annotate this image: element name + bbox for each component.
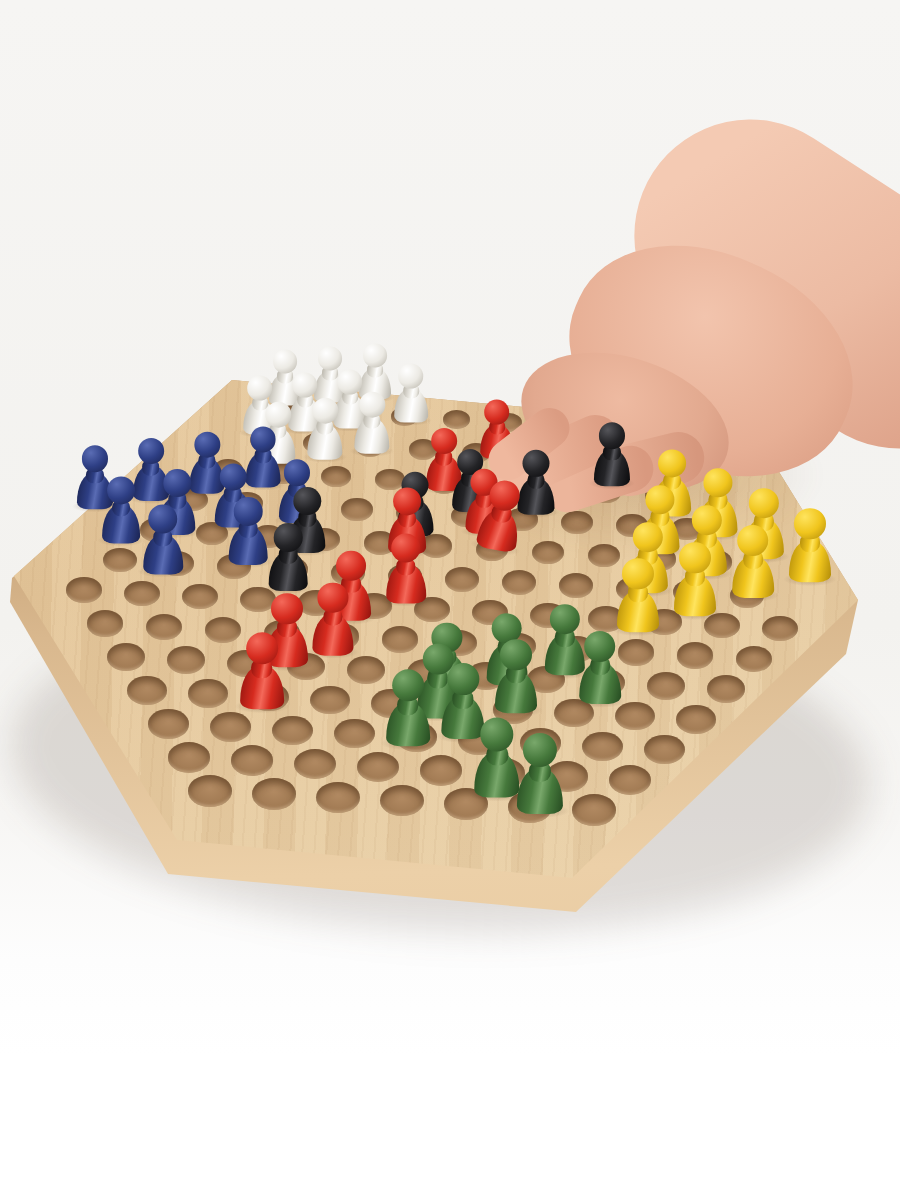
peg-head [284,459,311,486]
peg-head [738,525,769,556]
peg-green[interactable] [517,733,563,814]
board-hole[interactable] [316,782,360,814]
peg-head [599,422,626,449]
board-hole[interactable] [647,672,685,700]
board-hole[interactable] [676,705,716,734]
peg-head [704,468,733,497]
peg-head [522,450,549,477]
board-hole[interactable] [127,676,167,705]
board-hole[interactable] [188,775,232,807]
board-hole[interactable] [124,581,159,607]
board-hole[interactable] [294,749,336,780]
peg-head [82,445,109,472]
peg-green[interactable] [495,639,537,713]
peg-head [293,373,318,398]
board-hole[interactable] [87,610,124,637]
board-hole[interactable] [572,794,616,826]
board-hole[interactable] [188,679,228,708]
peg-head [274,523,303,552]
peg-head [248,376,273,401]
peg-head [312,398,338,424]
peg-yellow[interactable] [617,558,659,632]
board-hole[interactable] [168,742,210,773]
peg-blue[interactable] [102,476,140,543]
board-hole[interactable] [559,573,593,598]
peg-yellow[interactable] [789,508,831,582]
peg-head [359,392,385,418]
board-hole[interactable] [609,765,651,796]
peg-head [219,464,246,491]
peg-green[interactable] [579,631,621,704]
peg-head [646,485,675,514]
peg-head [194,432,220,458]
board-hole[interactable] [334,719,375,749]
peg-head [318,346,342,370]
board-hole[interactable] [231,745,273,776]
peg-yellow[interactable] [732,525,774,598]
peg-head [480,718,514,752]
board-hole[interactable] [677,642,714,669]
peg-head [107,476,135,504]
board-hole[interactable] [146,614,183,641]
peg-head [273,349,297,373]
peg-head [485,400,510,425]
peg-head [393,487,421,515]
board-hole[interactable] [341,498,372,521]
peg-white[interactable] [394,364,428,423]
board-hole[interactable] [321,466,351,488]
peg-head [163,469,191,497]
peg-blue[interactable] [143,504,183,574]
board-hole[interactable] [148,709,189,739]
peg-green[interactable] [386,669,430,746]
board-hole[interactable] [618,639,655,666]
board-hole[interactable] [103,548,137,573]
peg-blue[interactable] [229,497,268,565]
board-hole[interactable] [443,410,470,429]
peg-head [246,632,278,664]
peg-head [749,488,779,518]
board-hole[interactable] [380,785,424,817]
peg-head [336,551,366,581]
peg-head [622,558,653,589]
peg-head [234,497,263,526]
peg-black[interactable] [594,422,630,486]
peg-head [138,438,164,464]
peg-head [318,583,348,613]
peg-head [692,505,722,535]
peg-head [658,449,686,477]
peg-head [148,504,177,533]
board-hole[interactable] [252,778,296,810]
board-hole[interactable] [582,732,623,762]
peg-head [265,402,291,428]
peg-white[interactable] [307,398,342,460]
peg-head [363,343,387,367]
peg-head [585,631,616,662]
peg-head [250,426,276,452]
peg-head [392,669,424,701]
board-hole[interactable] [736,646,773,673]
peg-head [679,542,710,573]
peg-head [399,364,424,389]
peg-head [523,733,557,767]
board-hole[interactable] [182,584,217,610]
board-hole[interactable] [382,626,419,653]
board-hole[interactable] [210,712,251,742]
peg-red[interactable] [386,533,426,603]
peg-head [391,533,420,562]
board-hole[interactable] [420,755,462,786]
peg-head [550,604,580,634]
scene [0,0,900,1200]
peg-green[interactable] [474,718,519,798]
board-hole[interactable] [502,570,536,595]
peg-yellow[interactable] [674,542,716,616]
board-hole[interactable] [445,567,479,592]
peg-black[interactable] [269,523,308,591]
peg-red[interactable] [240,632,284,709]
board-hole[interactable] [272,716,313,746]
board-hole[interactable] [762,616,797,642]
board-hole[interactable] [107,643,145,671]
board-hole[interactable] [347,656,385,684]
peg-head [293,487,321,515]
peg-white[interactable] [354,392,389,454]
board-hole[interactable] [167,646,205,674]
peg-head [794,508,825,539]
board-hole[interactable] [66,577,101,603]
board-hole[interactable] [644,735,685,765]
peg-head [447,663,479,695]
peg-head [500,639,531,670]
board-hole[interactable] [707,675,745,703]
peg-head [633,522,663,552]
peg-head [271,593,302,624]
peg-red[interactable] [312,583,353,656]
board-hole[interactable] [310,686,350,715]
